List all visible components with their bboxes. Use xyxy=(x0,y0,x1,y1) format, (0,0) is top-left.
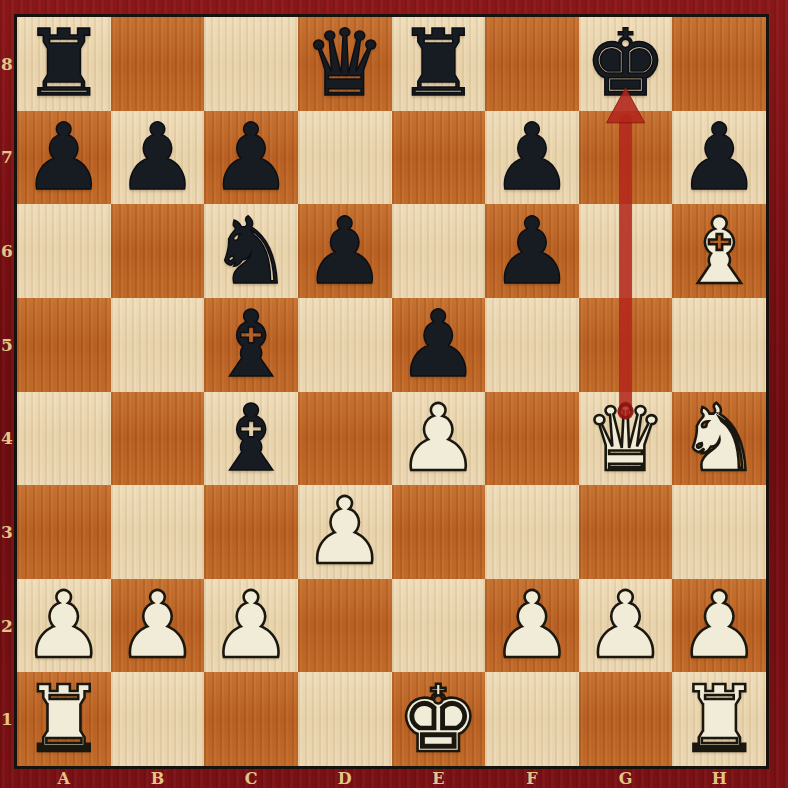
piece-white-pawn-b2[interactable]: ♟ xyxy=(111,579,205,673)
piece-black-knight-c6[interactable]: ♞ xyxy=(204,204,298,298)
chess-board-screenshot: ♜♛♜♚♟♟♟♟♟♞♟♟♝♝♟♝♟♛♞♟♟♟♟♟♟♟♜♚♜ 87654321AB… xyxy=(0,0,788,788)
piece-white-bishop-h6[interactable]: ♝ xyxy=(672,204,766,298)
square-g5[interactable] xyxy=(579,298,673,392)
piece-white-pawn-f2[interactable]: ♟ xyxy=(485,579,579,673)
square-c1[interactable] xyxy=(204,672,298,766)
rank-label-4: 4 xyxy=(0,429,14,447)
square-g3[interactable] xyxy=(579,485,673,579)
file-label-d: D xyxy=(330,769,360,788)
file-label-f: F xyxy=(517,769,547,788)
piece-white-queen-g4[interactable]: ♛ xyxy=(579,392,673,486)
piece-white-pawn-h2[interactable]: ♟ xyxy=(672,579,766,673)
piece-white-pawn-c2[interactable]: ♟ xyxy=(204,579,298,673)
square-d4[interactable] xyxy=(298,392,392,486)
file-label-g: G xyxy=(611,769,641,788)
square-e2[interactable] xyxy=(392,579,486,673)
square-g1[interactable] xyxy=(579,672,673,766)
square-h8[interactable] xyxy=(672,17,766,111)
piece-black-pawn-a7[interactable]: ♟ xyxy=(17,111,111,205)
piece-black-king-g8[interactable]: ♚ xyxy=(579,17,673,111)
square-e3[interactable] xyxy=(392,485,486,579)
piece-black-rook-a8[interactable]: ♜ xyxy=(17,17,111,111)
piece-white-rook-a1[interactable]: ♜ xyxy=(17,672,111,766)
rank-label-7: 7 xyxy=(0,148,14,166)
square-d5[interactable] xyxy=(298,298,392,392)
square-f4[interactable] xyxy=(485,392,579,486)
file-label-c: C xyxy=(236,769,266,788)
rank-label-2: 2 xyxy=(0,617,14,635)
file-label-a: A xyxy=(49,769,79,788)
piece-black-pawn-f6[interactable]: ♟ xyxy=(485,204,579,298)
square-f8[interactable] xyxy=(485,17,579,111)
file-label-b: B xyxy=(142,769,172,788)
piece-white-pawn-a2[interactable]: ♟ xyxy=(17,579,111,673)
piece-white-king-e1[interactable]: ♚ xyxy=(392,672,486,766)
square-e7[interactable] xyxy=(392,111,486,205)
square-b6[interactable] xyxy=(111,204,205,298)
square-a5[interactable] xyxy=(17,298,111,392)
square-b4[interactable] xyxy=(111,392,205,486)
square-b3[interactable] xyxy=(111,485,205,579)
square-f3[interactable] xyxy=(485,485,579,579)
piece-black-pawn-f7[interactable]: ♟ xyxy=(485,111,579,205)
rank-label-8: 8 xyxy=(0,55,14,73)
square-d2[interactable] xyxy=(298,579,392,673)
piece-black-rook-e8[interactable]: ♜ xyxy=(392,17,486,111)
square-b5[interactable] xyxy=(111,298,205,392)
piece-white-knight-h4[interactable]: ♞ xyxy=(672,392,766,486)
square-b8[interactable] xyxy=(111,17,205,111)
piece-white-rook-h1[interactable]: ♜ xyxy=(672,672,766,766)
square-f1[interactable] xyxy=(485,672,579,766)
square-f5[interactable] xyxy=(485,298,579,392)
rank-label-6: 6 xyxy=(0,242,14,260)
square-d7[interactable] xyxy=(298,111,392,205)
piece-black-pawn-b7[interactable]: ♟ xyxy=(111,111,205,205)
piece-black-pawn-h7[interactable]: ♟ xyxy=(672,111,766,205)
square-b1[interactable] xyxy=(111,672,205,766)
piece-white-pawn-d3[interactable]: ♟ xyxy=(298,485,392,579)
square-h3[interactable] xyxy=(672,485,766,579)
rank-label-5: 5 xyxy=(0,336,14,354)
square-a4[interactable] xyxy=(17,392,111,486)
piece-black-pawn-c7[interactable]: ♟ xyxy=(204,111,298,205)
square-g7[interactable] xyxy=(579,111,673,205)
square-c8[interactable] xyxy=(204,17,298,111)
square-c3[interactable] xyxy=(204,485,298,579)
piece-white-pawn-e4[interactable]: ♟ xyxy=(392,392,486,486)
square-a6[interactable] xyxy=(17,204,111,298)
piece-white-pawn-g2[interactable]: ♟ xyxy=(579,579,673,673)
square-g6[interactable] xyxy=(579,204,673,298)
piece-black-pawn-e5[interactable]: ♟ xyxy=(392,298,486,392)
file-label-e: E xyxy=(423,769,453,788)
file-label-h: H xyxy=(704,769,734,788)
piece-black-bishop-c5[interactable]: ♝ xyxy=(204,298,298,392)
square-d1[interactable] xyxy=(298,672,392,766)
rank-label-3: 3 xyxy=(0,523,14,541)
rank-label-1: 1 xyxy=(0,710,14,728)
piece-black-queen-d8[interactable]: ♛ xyxy=(298,17,392,111)
piece-black-bishop-c4[interactable]: ♝ xyxy=(204,392,298,486)
square-a3[interactable] xyxy=(17,485,111,579)
square-h5[interactable] xyxy=(672,298,766,392)
square-e6[interactable] xyxy=(392,204,486,298)
piece-black-pawn-d6[interactable]: ♟ xyxy=(298,204,392,298)
